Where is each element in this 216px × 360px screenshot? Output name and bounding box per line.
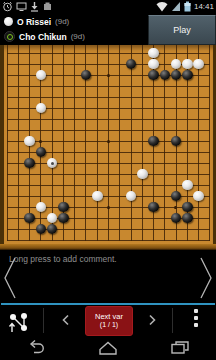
- intersection[interactable]: [114, 158, 125, 169]
- intersection[interactable]: [159, 147, 170, 158]
- intersection[interactable]: [182, 81, 193, 92]
- intersection[interactable]: [114, 92, 125, 103]
- intersection[interactable]: [125, 70, 136, 81]
- intersection[interactable]: [125, 125, 136, 136]
- intersection[interactable]: [80, 202, 91, 213]
- intersection[interactable]: [69, 81, 80, 92]
- intersection[interactable]: [13, 136, 24, 147]
- intersection[interactable]: [92, 92, 103, 103]
- intersection[interactable]: [148, 213, 159, 224]
- intersection[interactable]: [148, 180, 159, 191]
- intersection[interactable]: [92, 147, 103, 158]
- intersection[interactable]: [24, 81, 35, 92]
- intersection[interactable]: [182, 59, 193, 70]
- intersection[interactable]: [24, 224, 35, 235]
- intersection[interactable]: [69, 103, 80, 114]
- intersection[interactable]: [114, 136, 125, 147]
- intersection[interactable]: [193, 136, 204, 147]
- intersection[interactable]: [35, 92, 46, 103]
- intersection[interactable]: [159, 224, 170, 235]
- intersection[interactable]: [148, 191, 159, 202]
- intersection[interactable]: [182, 48, 193, 59]
- intersection[interactable]: [103, 92, 114, 103]
- intersection[interactable]: [69, 48, 80, 59]
- intersection[interactable]: [193, 224, 204, 235]
- intersection[interactable]: [182, 114, 193, 125]
- intersection[interactable]: [137, 147, 148, 158]
- play-button[interactable]: Play: [148, 15, 216, 45]
- intersection[interactable]: [35, 136, 46, 147]
- intersection[interactable]: [80, 48, 91, 59]
- intersection[interactable]: [47, 125, 58, 136]
- intersection[interactable]: [148, 169, 159, 180]
- intersection[interactable]: [137, 136, 148, 147]
- intersection[interactable]: [170, 92, 181, 103]
- intersection[interactable]: [80, 147, 91, 158]
- intersection[interactable]: [92, 169, 103, 180]
- intersection[interactable]: [24, 59, 35, 70]
- intersection[interactable]: [13, 147, 24, 158]
- intersection[interactable]: [170, 114, 181, 125]
- intersection[interactable]: [137, 180, 148, 191]
- intersection[interactable]: [80, 169, 91, 180]
- intersection[interactable]: [103, 202, 114, 213]
- intersection[interactable]: [137, 224, 148, 235]
- intersection[interactable]: [193, 125, 204, 136]
- intersection[interactable]: [159, 191, 170, 202]
- home-icon[interactable]: [97, 339, 119, 357]
- intersection[interactable]: [182, 213, 193, 224]
- intersection[interactable]: [92, 180, 103, 191]
- intersection[interactable]: [103, 103, 114, 114]
- intersection[interactable]: [35, 81, 46, 92]
- intersection[interactable]: [24, 48, 35, 59]
- intersection[interactable]: [159, 213, 170, 224]
- intersection[interactable]: [80, 213, 91, 224]
- intersection[interactable]: [13, 103, 24, 114]
- intersection[interactable]: [170, 136, 181, 147]
- intersection[interactable]: [58, 81, 69, 92]
- intersection[interactable]: [35, 114, 46, 125]
- intersection[interactable]: [170, 70, 181, 81]
- intersection[interactable]: [137, 59, 148, 70]
- intersection[interactable]: [193, 103, 204, 114]
- intersection[interactable]: [103, 191, 114, 202]
- intersection[interactable]: [193, 202, 204, 213]
- prev-var-chevron-icon[interactable]: [61, 314, 71, 326]
- intersection[interactable]: [92, 70, 103, 81]
- intersection[interactable]: [92, 81, 103, 92]
- intersection[interactable]: [58, 59, 69, 70]
- intersection[interactable]: [69, 114, 80, 125]
- intersection[interactable]: [170, 103, 181, 114]
- intersection[interactable]: [80, 81, 91, 92]
- intersection[interactable]: [114, 114, 125, 125]
- intersection[interactable]: [92, 125, 103, 136]
- intersection[interactable]: [80, 103, 91, 114]
- intersection[interactable]: [137, 81, 148, 92]
- intersection[interactable]: [137, 48, 148, 59]
- intersection[interactable]: [103, 70, 114, 81]
- intersection[interactable]: [103, 147, 114, 158]
- intersection[interactable]: [125, 59, 136, 70]
- intersection[interactable]: [193, 158, 204, 169]
- intersection[interactable]: [170, 191, 181, 202]
- intersection[interactable]: [103, 81, 114, 92]
- intersection[interactable]: [69, 70, 80, 81]
- intersection[interactable]: [69, 92, 80, 103]
- intersection[interactable]: [103, 224, 114, 235]
- intersection[interactable]: [193, 169, 204, 180]
- intersection[interactable]: [103, 180, 114, 191]
- intersection[interactable]: [148, 114, 159, 125]
- prev-move-chevron-icon[interactable]: [2, 255, 18, 301]
- intersection[interactable]: [114, 213, 125, 224]
- intersection[interactable]: [137, 70, 148, 81]
- intersection[interactable]: [148, 103, 159, 114]
- intersection[interactable]: [80, 191, 91, 202]
- intersection[interactable]: [13, 70, 24, 81]
- intersection[interactable]: [103, 213, 114, 224]
- intersection[interactable]: [182, 70, 193, 81]
- intersection[interactable]: [35, 202, 46, 213]
- intersection[interactable]: [170, 158, 181, 169]
- intersection[interactable]: [47, 103, 58, 114]
- intersection[interactable]: [35, 191, 46, 202]
- intersection[interactable]: [170, 180, 181, 191]
- intersection[interactable]: [58, 136, 69, 147]
- intersection[interactable]: [159, 81, 170, 92]
- intersection[interactable]: [137, 92, 148, 103]
- intersection[interactable]: [35, 103, 46, 114]
- intersection[interactable]: [35, 169, 46, 180]
- intersection[interactable]: [35, 158, 46, 169]
- intersection[interactable]: [24, 202, 35, 213]
- intersection[interactable]: [24, 180, 35, 191]
- intersection[interactable]: [159, 59, 170, 70]
- intersection[interactable]: [159, 202, 170, 213]
- intersection[interactable]: [159, 136, 170, 147]
- intersection[interactable]: [114, 59, 125, 70]
- intersection[interactable]: [182, 92, 193, 103]
- intersection[interactable]: [47, 169, 58, 180]
- intersection[interactable]: [92, 213, 103, 224]
- intersection[interactable]: [80, 136, 91, 147]
- intersection[interactable]: [35, 125, 46, 136]
- intersection[interactable]: [125, 180, 136, 191]
- intersection[interactable]: [80, 114, 91, 125]
- intersection[interactable]: [58, 48, 69, 59]
- intersection[interactable]: [193, 114, 204, 125]
- intersection[interactable]: [148, 136, 159, 147]
- intersection[interactable]: [148, 59, 159, 70]
- intersection[interactable]: [193, 180, 204, 191]
- intersection[interactable]: [24, 114, 35, 125]
- intersection[interactable]: [193, 81, 204, 92]
- intersection[interactable]: [80, 59, 91, 70]
- intersection[interactable]: [13, 191, 24, 202]
- intersection[interactable]: [47, 191, 58, 202]
- intersection[interactable]: [170, 48, 181, 59]
- intersection[interactable]: [159, 180, 170, 191]
- intersection[interactable]: [159, 114, 170, 125]
- intersection[interactable]: [170, 224, 181, 235]
- intersection[interactable]: [35, 70, 46, 81]
- intersection[interactable]: [103, 114, 114, 125]
- intersection[interactable]: [148, 70, 159, 81]
- next-var-button[interactable]: Next var (1 / 1): [85, 306, 133, 336]
- intersection[interactable]: [24, 125, 35, 136]
- intersection[interactable]: [24, 136, 35, 147]
- intersection[interactable]: [137, 103, 148, 114]
- intersection[interactable]: [58, 103, 69, 114]
- intersection[interactable]: [114, 180, 125, 191]
- intersection[interactable]: [182, 180, 193, 191]
- intersection[interactable]: [114, 202, 125, 213]
- goban[interactable]: [2, 45, 216, 246]
- intersection[interactable]: [24, 213, 35, 224]
- intersection[interactable]: [92, 202, 103, 213]
- intersection[interactable]: [114, 147, 125, 158]
- intersection[interactable]: [69, 147, 80, 158]
- intersection[interactable]: [125, 169, 136, 180]
- intersection[interactable]: [114, 48, 125, 59]
- intersection[interactable]: [92, 103, 103, 114]
- intersection[interactable]: [193, 70, 204, 81]
- intersection[interactable]: [193, 213, 204, 224]
- intersection[interactable]: [24, 147, 35, 158]
- intersection[interactable]: [69, 180, 80, 191]
- intersection[interactable]: [193, 147, 204, 158]
- intersection[interactable]: [92, 191, 103, 202]
- intersection[interactable]: [13, 180, 24, 191]
- intersection[interactable]: [80, 180, 91, 191]
- intersection[interactable]: [148, 125, 159, 136]
- comment-area[interactable]: Long press to add comment.: [0, 250, 216, 303]
- intersection[interactable]: [13, 125, 24, 136]
- intersection[interactable]: [182, 103, 193, 114]
- intersection[interactable]: [182, 136, 193, 147]
- variation-tree-icon[interactable]: [5, 307, 35, 335]
- intersection[interactable]: [114, 169, 125, 180]
- intersection[interactable]: [137, 158, 148, 169]
- intersection[interactable]: [58, 158, 69, 169]
- intersection[interactable]: [24, 169, 35, 180]
- intersection[interactable]: [24, 92, 35, 103]
- intersection[interactable]: [80, 224, 91, 235]
- intersection[interactable]: [125, 213, 136, 224]
- intersection[interactable]: [114, 125, 125, 136]
- intersection[interactable]: [193, 48, 204, 59]
- intersection[interactable]: [47, 114, 58, 125]
- intersection[interactable]: [125, 147, 136, 158]
- intersection[interactable]: [92, 114, 103, 125]
- intersection[interactable]: [125, 48, 136, 59]
- intersection[interactable]: [69, 213, 80, 224]
- intersection[interactable]: [103, 48, 114, 59]
- intersection[interactable]: [58, 191, 69, 202]
- intersection[interactable]: [182, 169, 193, 180]
- intersection[interactable]: [35, 180, 46, 191]
- intersection[interactable]: [35, 147, 46, 158]
- intersection[interactable]: [125, 92, 136, 103]
- overflow-menu-icon[interactable]: [194, 309, 198, 330]
- intersection[interactable]: [92, 158, 103, 169]
- intersection[interactable]: [170, 169, 181, 180]
- intersection[interactable]: [58, 92, 69, 103]
- intersection[interactable]: [137, 202, 148, 213]
- intersection[interactable]: [58, 125, 69, 136]
- intersection[interactable]: [114, 81, 125, 92]
- intersection[interactable]: [193, 92, 204, 103]
- intersection[interactable]: [170, 202, 181, 213]
- intersection[interactable]: [125, 136, 136, 147]
- intersection[interactable]: [58, 70, 69, 81]
- intersection[interactable]: [69, 224, 80, 235]
- intersection[interactable]: [58, 169, 69, 180]
- intersection[interactable]: [114, 224, 125, 235]
- intersection[interactable]: [13, 169, 24, 180]
- intersection[interactable]: [137, 213, 148, 224]
- intersection[interactable]: [125, 81, 136, 92]
- intersection[interactable]: [159, 125, 170, 136]
- intersection[interactable]: [47, 224, 58, 235]
- intersection[interactable]: [80, 92, 91, 103]
- intersection[interactable]: [114, 191, 125, 202]
- intersection[interactable]: [69, 136, 80, 147]
- next-var-chevron-icon[interactable]: [147, 314, 157, 326]
- intersection[interactable]: [80, 70, 91, 81]
- intersection[interactable]: [159, 92, 170, 103]
- intersection[interactable]: [24, 70, 35, 81]
- intersection[interactable]: [170, 59, 181, 70]
- intersection[interactable]: [58, 114, 69, 125]
- intersection[interactable]: [125, 202, 136, 213]
- intersection[interactable]: [69, 169, 80, 180]
- intersection[interactable]: [92, 59, 103, 70]
- intersection[interactable]: [182, 191, 193, 202]
- intersection[interactable]: [47, 180, 58, 191]
- intersection[interactable]: [69, 158, 80, 169]
- intersection[interactable]: [182, 224, 193, 235]
- intersection[interactable]: [103, 59, 114, 70]
- intersection[interactable]: [69, 59, 80, 70]
- intersection[interactable]: [125, 114, 136, 125]
- intersection[interactable]: [103, 125, 114, 136]
- intersection[interactable]: [170, 81, 181, 92]
- intersection[interactable]: [58, 224, 69, 235]
- intersection[interactable]: [47, 70, 58, 81]
- intersection[interactable]: [35, 59, 46, 70]
- intersection[interactable]: [47, 147, 58, 158]
- intersection[interactable]: [58, 147, 69, 158]
- recents-icon[interactable]: [169, 339, 191, 357]
- intersection[interactable]: [182, 125, 193, 136]
- intersection[interactable]: [148, 158, 159, 169]
- intersection[interactable]: [13, 59, 24, 70]
- intersection[interactable]: [148, 48, 159, 59]
- intersection[interactable]: [13, 48, 24, 59]
- intersection[interactable]: [69, 191, 80, 202]
- intersection[interactable]: [159, 103, 170, 114]
- intersection[interactable]: [159, 169, 170, 180]
- intersection[interactable]: [92, 224, 103, 235]
- intersection[interactable]: [69, 125, 80, 136]
- intersection[interactable]: [182, 202, 193, 213]
- intersection[interactable]: [47, 92, 58, 103]
- intersection[interactable]: [47, 59, 58, 70]
- intersection[interactable]: [103, 169, 114, 180]
- intersection[interactable]: [114, 103, 125, 114]
- intersection[interactable]: [47, 81, 58, 92]
- intersection[interactable]: [137, 125, 148, 136]
- intersection[interactable]: [103, 158, 114, 169]
- intersection[interactable]: [47, 136, 58, 147]
- intersection[interactable]: [35, 213, 46, 224]
- intersection[interactable]: [80, 158, 91, 169]
- intersection[interactable]: [137, 191, 148, 202]
- intersection[interactable]: [159, 48, 170, 59]
- intersection[interactable]: [58, 202, 69, 213]
- intersection[interactable]: [148, 202, 159, 213]
- intersection[interactable]: [47, 48, 58, 59]
- intersection[interactable]: [170, 125, 181, 136]
- intersection[interactable]: [13, 224, 24, 235]
- intersection[interactable]: [13, 213, 24, 224]
- intersection[interactable]: [24, 191, 35, 202]
- intersection[interactable]: [159, 70, 170, 81]
- intersection[interactable]: [137, 114, 148, 125]
- back-icon[interactable]: [25, 339, 47, 357]
- intersection[interactable]: [58, 213, 69, 224]
- intersection[interactable]: [24, 158, 35, 169]
- intersection[interactable]: [69, 202, 80, 213]
- intersection[interactable]: [148, 224, 159, 235]
- intersection[interactable]: [92, 48, 103, 59]
- intersection[interactable]: [92, 136, 103, 147]
- intersection[interactable]: [47, 202, 58, 213]
- intersection[interactable]: [182, 147, 193, 158]
- intersection[interactable]: [80, 125, 91, 136]
- intersection[interactable]: [13, 158, 24, 169]
- intersection[interactable]: [170, 213, 181, 224]
- intersection[interactable]: [159, 158, 170, 169]
- intersection[interactable]: [24, 103, 35, 114]
- intersection[interactable]: [125, 103, 136, 114]
- intersection[interactable]: [13, 92, 24, 103]
- intersection[interactable]: [148, 92, 159, 103]
- next-move-chevron-icon[interactable]: [198, 255, 214, 301]
- intersection[interactable]: [182, 158, 193, 169]
- intersection[interactable]: [13, 202, 24, 213]
- intersection[interactable]: [35, 48, 46, 59]
- intersection[interactable]: [125, 224, 136, 235]
- intersection[interactable]: [47, 158, 58, 169]
- intersection[interactable]: [193, 59, 204, 70]
- intersection[interactable]: [137, 169, 148, 180]
- intersection[interactable]: [148, 147, 159, 158]
- intersection[interactable]: [58, 180, 69, 191]
- intersection[interactable]: [47, 213, 58, 224]
- intersection[interactable]: [148, 81, 159, 92]
- intersection[interactable]: [170, 147, 181, 158]
- intersection[interactable]: [114, 70, 125, 81]
- intersection[interactable]: [13, 114, 24, 125]
- intersection[interactable]: [125, 158, 136, 169]
- intersection[interactable]: [125, 191, 136, 202]
- intersection[interactable]: [13, 81, 24, 92]
- intersection[interactable]: [103, 136, 114, 147]
